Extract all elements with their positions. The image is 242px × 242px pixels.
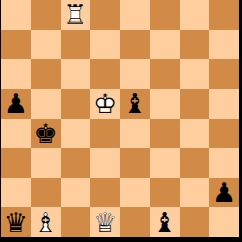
square-d6[interactable] [90,59,120,89]
square-d2[interactable] [90,178,120,208]
square-a1[interactable]: ♛ [1,207,31,237]
black-pawn-icon[interactable]: ♟ [1,89,31,119]
square-d5[interactable]: ♚♔ [90,89,120,119]
square-b1[interactable]: ♝♗ [31,207,61,237]
piece-outline-layer: ♗ [31,207,61,237]
square-a4[interactable] [1,119,31,149]
square-b4[interactable]: ♚ [31,119,61,149]
square-b7[interactable] [31,30,61,60]
square-d7[interactable] [90,30,120,60]
square-d8[interactable] [90,0,120,30]
square-e1[interactable] [120,207,150,237]
black-bishop-icon[interactable]: ♝ [150,207,180,237]
piece-fill-layer: ♝ [150,207,180,237]
white-bishop-icon[interactable]: ♝♗ [31,207,61,237]
square-h5[interactable] [209,89,239,119]
square-g3[interactable] [180,148,210,178]
square-d3[interactable] [90,148,120,178]
square-a6[interactable] [1,59,31,89]
square-g8[interactable] [180,0,210,30]
piece-outline-layer: ♔ [90,89,120,119]
square-g4[interactable] [180,119,210,149]
square-f7[interactable] [150,30,180,60]
square-g7[interactable] [180,30,210,60]
piece-fill-layer: ♛ [1,207,31,237]
black-bishop-icon[interactable]: ♝ [120,89,150,119]
square-h7[interactable] [209,30,239,60]
square-a8[interactable] [1,0,31,30]
square-e8[interactable] [120,0,150,30]
square-g1[interactable] [180,207,210,237]
square-a7[interactable] [1,30,31,60]
square-a3[interactable] [1,148,31,178]
chess-board-grid: ♜♖♟♚♔♝♚♟♛♝♗♛♕♝ [1,0,239,237]
square-h8[interactable] [209,0,239,30]
square-e3[interactable] [120,148,150,178]
white-rook-icon[interactable]: ♜♖ [61,0,91,30]
square-d4[interactable] [90,119,120,149]
square-h2[interactable]: ♟ [209,178,239,208]
square-e7[interactable] [120,30,150,60]
square-a2[interactable] [1,178,31,208]
square-h4[interactable] [209,119,239,149]
square-b5[interactable] [31,89,61,119]
square-d1[interactable]: ♛♕ [90,207,120,237]
chess-board: ♜♖♟♚♔♝♚♟♛♝♗♛♕♝ [0,0,242,242]
square-b6[interactable] [31,59,61,89]
square-g6[interactable] [180,59,210,89]
square-h6[interactable] [209,59,239,89]
square-c6[interactable] [61,59,91,89]
piece-outline-layer: ♕ [90,207,120,237]
square-h1[interactable] [209,207,239,237]
square-e6[interactable] [120,59,150,89]
square-b8[interactable] [31,0,61,30]
square-f2[interactable] [150,178,180,208]
square-c2[interactable] [61,178,91,208]
square-c3[interactable] [61,148,91,178]
square-f5[interactable] [150,89,180,119]
square-f8[interactable] [150,0,180,30]
piece-fill-layer: ♟ [1,89,31,119]
piece-fill-layer: ♟ [209,178,239,208]
square-e2[interactable] [120,178,150,208]
square-g2[interactable] [180,178,210,208]
black-pawn-icon[interactable]: ♟ [209,178,239,208]
square-c7[interactable] [61,30,91,60]
square-e4[interactable] [120,119,150,149]
square-h3[interactable] [209,148,239,178]
square-c1[interactable] [61,207,91,237]
square-f4[interactable] [150,119,180,149]
piece-outline-layer: ♖ [61,0,91,30]
square-e5[interactable]: ♝ [120,89,150,119]
square-b2[interactable] [31,178,61,208]
square-c4[interactable] [61,119,91,149]
square-c5[interactable] [61,89,91,119]
square-f6[interactable] [150,59,180,89]
square-a5[interactable]: ♟ [1,89,31,119]
square-f1[interactable]: ♝ [150,207,180,237]
square-g5[interactable] [180,89,210,119]
black-queen-icon[interactable]: ♛ [1,207,31,237]
square-c8[interactable]: ♜♖ [61,0,91,30]
piece-fill-layer: ♚ [31,119,61,149]
square-f3[interactable] [150,148,180,178]
square-b3[interactable] [31,148,61,178]
black-king-icon[interactable]: ♚ [31,119,61,149]
white-king-icon[interactable]: ♚♔ [90,89,120,119]
piece-fill-layer: ♝ [120,89,150,119]
white-queen-icon[interactable]: ♛♕ [90,207,120,237]
